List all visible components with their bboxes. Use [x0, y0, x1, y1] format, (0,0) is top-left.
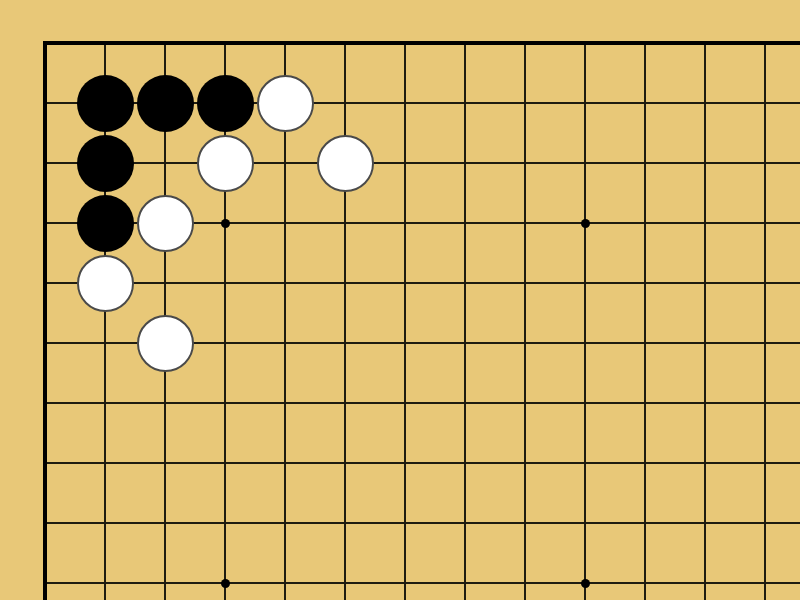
white-stone[interactable]: ○ — [137, 315, 194, 372]
hoshi-dot — [221, 219, 230, 228]
white-stone-glyph: ○ — [209, 145, 240, 181]
white-stone-F17[interactable]: ○ — [315, 133, 375, 193]
black-stone-B16[interactable]: ● — [75, 193, 135, 253]
star-point-4-10 — [195, 553, 255, 600]
white-stone[interactable]: ○ — [137, 195, 194, 252]
board-left-edge — [43, 41, 47, 600]
star-point-10-4 — [555, 193, 615, 253]
white-stone[interactable]: ○ — [77, 255, 134, 312]
black-stone-glyph: ● — [149, 85, 180, 121]
white-stone-glyph: ○ — [149, 205, 180, 241]
go-board[interactable]: ●●●○●○○●○○○ — [15, 13, 800, 600]
black-stone[interactable]: ● — [77, 75, 134, 132]
white-stone-C16[interactable]: ○ — [135, 193, 195, 253]
white-stone-E18[interactable]: ○ — [255, 73, 315, 133]
black-stone-glyph: ● — [89, 205, 120, 241]
black-stone[interactable]: ● — [197, 75, 254, 132]
white-stone-glyph: ○ — [329, 145, 360, 181]
black-stone-glyph: ● — [209, 85, 240, 121]
white-stone[interactable]: ○ — [317, 135, 374, 192]
go-board-screenshot: ●●●○●○○●○○○ — [0, 0, 800, 600]
hoshi-dot — [221, 579, 230, 588]
black-stone-B18[interactable]: ● — [75, 73, 135, 133]
black-stone-C18[interactable]: ● — [135, 73, 195, 133]
white-stone[interactable]: ○ — [197, 135, 254, 192]
star-point-4-4 — [195, 193, 255, 253]
black-stone[interactable]: ● — [77, 195, 134, 252]
black-stone-glyph: ● — [89, 85, 120, 121]
white-stone[interactable]: ○ — [257, 75, 314, 132]
black-stone[interactable]: ● — [77, 135, 134, 192]
star-point-10-10 — [555, 553, 615, 600]
white-stone-B15[interactable]: ○ — [75, 253, 135, 313]
white-stone-glyph: ○ — [149, 325, 180, 361]
white-stone-C14[interactable]: ○ — [135, 313, 195, 373]
black-stone-D18[interactable]: ● — [195, 73, 255, 133]
black-stone-B17[interactable]: ● — [75, 133, 135, 193]
board-top-edge — [43, 41, 800, 45]
hoshi-dot — [581, 579, 590, 588]
hoshi-dot — [581, 219, 590, 228]
white-stone-glyph: ○ — [89, 265, 120, 301]
black-stone-glyph: ● — [89, 145, 120, 181]
white-stone-D17[interactable]: ○ — [195, 133, 255, 193]
black-stone[interactable]: ● — [137, 75, 194, 132]
white-stone-glyph: ○ — [269, 85, 300, 121]
